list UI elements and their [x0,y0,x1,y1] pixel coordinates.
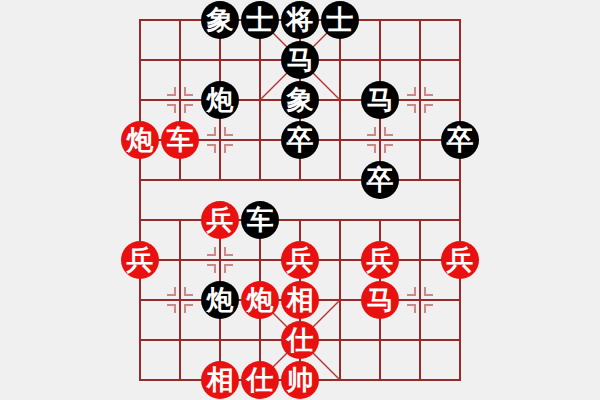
red-advisor[interactable]: 仕 [281,321,319,359]
red-soldier[interactable]: 兵 [361,241,399,279]
black-elephant[interactable]: 象 [201,1,239,39]
black-elephant[interactable]: 象 [281,81,319,119]
black-horse[interactable]: 马 [281,41,319,79]
red-cannon[interactable]: 炮 [121,121,159,159]
black-soldier[interactable]: 卒 [281,121,319,159]
red-elephant[interactable]: 相 [201,361,239,399]
red-elephant[interactable]: 相 [281,281,319,319]
black-advisor[interactable]: 士 [241,1,279,39]
black-general[interactable]: 将 [281,1,319,39]
red-horse[interactable]: 马 [361,281,399,319]
red-cannon[interactable]: 炮 [241,281,279,319]
black-advisor[interactable]: 士 [321,1,359,39]
black-soldier[interactable]: 卒 [441,121,479,159]
red-advisor[interactable]: 仕 [241,361,279,399]
black-cannon[interactable]: 炮 [201,81,239,119]
black-cannon[interactable]: 炮 [201,281,239,319]
red-soldier[interactable]: 兵 [121,241,159,279]
xiangqi-board: 象士将士马炮象马炮车卒卒卒兵车兵兵兵兵炮炮相马仕相仕帅 [0,0,600,400]
black-chariot[interactable]: 车 [241,201,279,239]
red-chariot[interactable]: 车 [161,121,199,159]
red-soldier[interactable]: 兵 [201,201,239,239]
pieces-layer: 象士将士马炮象马炮车卒卒卒兵车兵兵兵兵炮炮相马仕相仕帅 [120,0,480,400]
red-general[interactable]: 帅 [281,361,319,399]
black-horse[interactable]: 马 [361,81,399,119]
red-soldier[interactable]: 兵 [441,241,479,279]
black-soldier[interactable]: 卒 [361,161,399,199]
red-soldier[interactable]: 兵 [281,241,319,279]
